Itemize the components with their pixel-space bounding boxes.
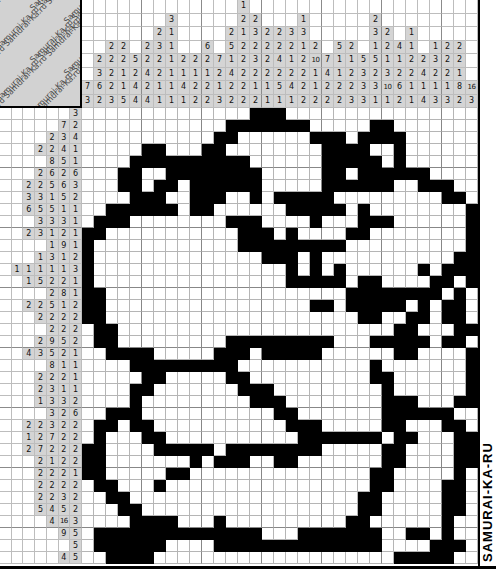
grid-cell-empty [394, 240, 406, 252]
col-clue-cell: 1 [430, 81, 442, 95]
grid-cell-empty [142, 408, 154, 420]
col-clue-cell [442, 0, 454, 14]
row-clue-cell [0, 324, 12, 336]
col-clue-cell: 2 [238, 81, 250, 95]
grid-cell-empty [130, 264, 142, 276]
grid-cell-filled [142, 156, 154, 168]
grid-cell-filled [370, 132, 382, 144]
col-clue-cell [82, 0, 94, 14]
grid-cell-filled [118, 180, 130, 192]
col-clue-cell: 4 [130, 95, 142, 109]
grid-cell-filled [406, 168, 418, 180]
grid-cell-empty [178, 552, 190, 564]
grid-cell-empty [406, 216, 418, 228]
grid-cell-empty [274, 516, 286, 528]
grid-cell-empty [286, 300, 298, 312]
col-clue-cell [358, 0, 370, 14]
grid-cell-filled [190, 528, 202, 540]
grid-cell-empty [250, 492, 262, 504]
grid-cell-empty [262, 276, 274, 288]
grid-cell-empty [454, 360, 466, 372]
grid-cell-empty [466, 552, 478, 564]
grid-cell-empty [430, 120, 442, 132]
grid-cell-empty [370, 204, 382, 216]
grid-cell-filled [130, 408, 142, 420]
row-clue-cell: 2 [59, 168, 71, 180]
grid-cell-filled [442, 480, 454, 492]
col-clue-cell [394, 27, 406, 41]
grid-cell-filled [154, 180, 166, 192]
grid-cell-empty [106, 360, 118, 372]
grid-cell-empty [190, 276, 202, 288]
row-clue-cell: 2 [59, 432, 71, 444]
row-clue-cell: 1 [70, 156, 82, 168]
row-clue-cell [0, 300, 12, 312]
row-clue-cell: 1 [23, 264, 35, 276]
row-clue-cell [12, 480, 24, 492]
col-clue-cell [334, 0, 346, 14]
grid-cell-filled [154, 444, 166, 456]
grid-cell-empty [118, 264, 130, 276]
grid-cell-empty [238, 480, 250, 492]
row-clue-cell [23, 552, 35, 564]
grid-cell-empty [82, 348, 94, 360]
grid-cell-empty [334, 468, 346, 480]
grid-cell-filled [190, 156, 202, 168]
grid-cell-empty [178, 348, 190, 360]
grid-cell-filled [130, 156, 142, 168]
col-clue-cell: 7 [82, 81, 94, 95]
row-clue-cell [0, 312, 12, 324]
grid-cell-filled [418, 264, 430, 276]
grid-cell-empty [418, 384, 430, 396]
grid-cell-empty [214, 324, 226, 336]
grid-cell-empty [430, 168, 442, 180]
grid-cell-empty [106, 516, 118, 528]
grid-cell-filled [418, 552, 430, 564]
col-clue-cell: 3 [154, 41, 166, 55]
grid-cell-empty [250, 360, 262, 372]
grid-cell-empty [166, 264, 178, 276]
grid-cell-empty [418, 516, 430, 528]
grid-cell-empty [142, 468, 154, 480]
grid-cell-empty [346, 276, 358, 288]
grid-cell-filled [382, 456, 394, 468]
grid-cell-filled [406, 408, 418, 420]
grid-cell-empty [430, 252, 442, 264]
grid-cell-filled [82, 276, 94, 288]
row-clue-cell: 5 [59, 156, 71, 168]
grid-cell-empty [154, 240, 166, 252]
grid-cell-filled [454, 420, 466, 432]
grid-cell-empty [238, 408, 250, 420]
grid-cell-empty [286, 504, 298, 516]
grid-cell-empty [382, 504, 394, 516]
grid-cell-filled [430, 552, 442, 564]
row-clue-cell: 1 [35, 252, 47, 264]
grid-cell-empty [286, 516, 298, 528]
grid-cell-filled [202, 144, 214, 156]
grid-cell-filled [142, 144, 154, 156]
row-clue-cell [0, 396, 12, 408]
grid-cell-empty [310, 408, 322, 420]
row-clue-cell: 2 [47, 480, 59, 492]
grid-cell-filled [310, 528, 322, 540]
grid-cell-filled [466, 432, 478, 444]
grid-cell-empty [454, 228, 466, 240]
grid-cell-empty [406, 492, 418, 504]
grid-cell-empty [142, 324, 154, 336]
grid-cell-empty [190, 228, 202, 240]
grid-cell-empty [286, 432, 298, 444]
row-clue-cell: 2 [23, 180, 35, 192]
grid-cell-empty [250, 276, 262, 288]
grid-cell-empty [370, 252, 382, 264]
col-clue-cell: 2 [226, 27, 238, 41]
grid-cell-empty [190, 348, 202, 360]
col-clue-cell: 1 [406, 95, 418, 109]
grid-cell-empty [250, 372, 262, 384]
grid-cell-filled [394, 300, 406, 312]
grid-cell-filled [466, 240, 478, 252]
col-clue-cell: 2 [238, 54, 250, 68]
grid-cell-empty [394, 276, 406, 288]
col-clue-cell [346, 0, 358, 14]
row-clue-cell: 2 [59, 372, 71, 384]
grid-cell-empty [106, 312, 118, 324]
grid-cell-filled [238, 444, 250, 456]
row-clue-cell: 3 [35, 216, 47, 228]
grid-cell-empty [202, 516, 214, 528]
grid-cell-empty [358, 192, 370, 204]
grid-cell-empty [442, 132, 454, 144]
grid-cell-empty [178, 132, 190, 144]
col-clue-cell: 4 [286, 81, 298, 95]
row-clue-cell [23, 312, 35, 324]
grid-cell-filled [286, 276, 298, 288]
col-clue-cell [382, 0, 394, 14]
row-clue-cell: 6 [59, 180, 71, 192]
row-clue-cell [0, 384, 12, 396]
grid-cell-filled [178, 156, 190, 168]
grid-cell-empty [106, 168, 118, 180]
grid-cell-empty [202, 240, 214, 252]
row-clue-cell: 2 [35, 384, 47, 396]
col-clue-cell [310, 0, 322, 14]
col-clue-cell: 2 [106, 54, 118, 68]
row-clue-cell [23, 324, 35, 336]
grid-cell-filled [250, 528, 262, 540]
grid-cell-empty [406, 120, 418, 132]
grid-cell-empty [154, 324, 166, 336]
grid-cell-filled [142, 372, 154, 384]
row-clue-cell: 8 [47, 156, 59, 168]
grid-cell-filled [82, 456, 94, 468]
grid-cell-filled [82, 252, 94, 264]
grid-cell-empty [310, 228, 322, 240]
col-clue-cell [406, 14, 418, 28]
grid-cell-filled [334, 432, 346, 444]
grid-cell-filled [94, 288, 106, 300]
grid-cell-filled [442, 192, 454, 204]
grid-cell-filled [382, 132, 394, 144]
grid-cell-filled [322, 240, 334, 252]
grid-cell-empty [346, 348, 358, 360]
grid-cell-empty [118, 156, 130, 168]
grid-cell-empty [250, 432, 262, 444]
row-clue-cell [23, 132, 35, 144]
grid-cell-filled [358, 180, 370, 192]
grid-cell-empty [202, 504, 214, 516]
grid-cell-empty [238, 264, 250, 276]
grid-cell-empty [130, 120, 142, 132]
row-clue-cell [0, 408, 12, 420]
grid-cell-empty [226, 312, 238, 324]
grid-cell-empty [106, 156, 118, 168]
col-clue-cell: 2 [394, 95, 406, 109]
grid-cell-empty [118, 288, 130, 300]
col-clue-cell: 2 [394, 68, 406, 82]
grid-cell-empty [226, 192, 238, 204]
grid-cell-filled [226, 540, 238, 552]
row-clue-cell: 1 [12, 264, 24, 276]
grid-cell-empty [322, 384, 334, 396]
grid-cell-empty [190, 552, 202, 564]
grid-cell-empty [226, 432, 238, 444]
grid-cell-empty [442, 444, 454, 456]
grid-cell-filled [298, 540, 310, 552]
grid-cell-filled [106, 492, 118, 504]
grid-cell-empty [106, 372, 118, 384]
grid-cell-filled [82, 312, 94, 324]
grid-cell-filled [322, 192, 334, 204]
grid-cell-empty [430, 504, 442, 516]
grid-cell-empty [346, 120, 358, 132]
grid-cell-filled [94, 480, 106, 492]
grid-cell-empty [454, 168, 466, 180]
grid-cell-filled [382, 168, 394, 180]
grid-cell-filled [382, 408, 394, 420]
grid-cell-filled [166, 468, 178, 480]
col-clue-cell [106, 14, 118, 28]
grid-cell-filled [358, 156, 370, 168]
grid-cell-empty [94, 408, 106, 420]
col-clue-cell: 1 [262, 95, 274, 109]
col-clue-cell [322, 14, 334, 28]
grid-cell-empty [322, 492, 334, 504]
row-clue-cell [12, 312, 24, 324]
grid-cell-filled [454, 504, 466, 516]
row-clue-cell: 1 [47, 264, 59, 276]
grid-cell-empty [250, 348, 262, 360]
grid-cell-empty [238, 552, 250, 564]
grid-cell-empty [418, 480, 430, 492]
grid-cell-empty [406, 264, 418, 276]
grid-cell-empty [130, 276, 142, 288]
col-clue-cell: 3 [166, 14, 178, 28]
grid-cell-empty [418, 504, 430, 516]
grid-cell-empty [190, 492, 202, 504]
grid-cell-empty [238, 204, 250, 216]
grid-cell-empty [442, 216, 454, 228]
grid-cell-empty [346, 396, 358, 408]
grid-cell-filled [130, 540, 142, 552]
col-clue-cell: 7 [214, 54, 226, 68]
grid-cell-empty [382, 528, 394, 540]
grid-cell-filled [418, 528, 430, 540]
grid-cell-filled [310, 252, 322, 264]
grid-cell-empty [178, 456, 190, 468]
grid-cell-empty [202, 492, 214, 504]
grid-cell-empty [238, 288, 250, 300]
row-clue-cell: 2 [35, 456, 47, 468]
grid-cell-empty [142, 168, 154, 180]
grid-cell-empty [154, 108, 166, 120]
grid-cell-empty [82, 204, 94, 216]
row-clue-cell: 1 [70, 372, 82, 384]
grid-cell-empty [418, 324, 430, 336]
row-clue-cell [12, 300, 24, 312]
grid-cell-empty [94, 504, 106, 516]
col-clue-cell: 1 [154, 81, 166, 95]
grid-cell-empty [142, 396, 154, 408]
grid-cell-empty [190, 240, 202, 252]
grid-cell-filled [82, 240, 94, 252]
grid-cell-filled [346, 228, 358, 240]
grid-cell-filled [334, 144, 346, 156]
col-clue-cell [286, 0, 298, 14]
grid-cell-empty [178, 432, 190, 444]
grid-cell-empty [238, 276, 250, 288]
row-clue-cell: 1 [70, 144, 82, 156]
grid-cell-empty [166, 228, 178, 240]
grid-cell-empty [370, 228, 382, 240]
grid-cell-filled [418, 288, 430, 300]
row-clue-cell [0, 552, 12, 564]
grid-cell-empty [130, 252, 142, 264]
grid-cell-filled [406, 348, 418, 360]
grid-cell-empty [382, 204, 394, 216]
grid-cell-empty [118, 336, 130, 348]
grid-cell-filled [286, 252, 298, 264]
grid-cell-filled [142, 360, 154, 372]
grid-cell-empty [190, 324, 202, 336]
grid-cell-empty [106, 108, 118, 120]
row-clue-cell: 3 [47, 408, 59, 420]
grid-cell-empty [298, 228, 310, 240]
grid-cell-empty [274, 324, 286, 336]
grid-cell-empty [190, 120, 202, 132]
grid-cell-empty [442, 432, 454, 444]
grid-cell-filled [130, 192, 142, 204]
grid-cell-empty [94, 384, 106, 396]
grid-cell-empty [322, 444, 334, 456]
col-clue-cell: 2 [118, 54, 130, 68]
grid-cell-filled [166, 528, 178, 540]
grid-cell-empty [262, 492, 274, 504]
col-clue-cell: 4 [394, 41, 406, 55]
grid-cell-empty [118, 456, 130, 468]
grid-cell-filled [466, 324, 478, 336]
grid-cell-empty [322, 228, 334, 240]
grid-cell-empty [346, 408, 358, 420]
col-clue-cell [82, 41, 94, 55]
grid-cell-empty [214, 444, 226, 456]
grid-cell-empty [166, 348, 178, 360]
grid-cell-filled [454, 288, 466, 300]
grid-cell-empty [166, 540, 178, 552]
grid-cell-filled [334, 204, 346, 216]
grid-cell-empty [406, 144, 418, 156]
grid-cell-empty [166, 144, 178, 156]
grid-cell-filled [370, 360, 382, 372]
grid-cell-filled [442, 516, 454, 528]
grid-cell-empty [418, 156, 430, 168]
col-clue-cell: 2 [286, 41, 298, 55]
grid-cell-filled [106, 552, 118, 564]
grid-cell-filled [118, 348, 130, 360]
grid-cell-filled [106, 348, 118, 360]
grid-cell-empty [142, 456, 154, 468]
grid-cell-empty [418, 108, 430, 120]
grid-cell-filled [346, 528, 358, 540]
row-clue-cell: 6 [47, 168, 59, 180]
col-clue-cell: 2 [118, 41, 130, 55]
col-clue-cell [358, 41, 370, 55]
grid-cell-filled [298, 192, 310, 204]
row-clue-cell [35, 132, 47, 144]
grid-cell-filled [418, 168, 430, 180]
grid-cell-empty [274, 468, 286, 480]
row-clue-cell: 1 [70, 468, 82, 480]
grid-cell-empty [226, 144, 238, 156]
grid-cell-empty [322, 504, 334, 516]
grid-cell-empty [202, 408, 214, 420]
col-clue-cell [94, 0, 106, 14]
grid-cell-filled [454, 192, 466, 204]
grid-cell-empty [130, 228, 142, 240]
row-clue-cell: 2 [35, 492, 47, 504]
grid-cell-empty [442, 288, 454, 300]
grid-cell-filled [298, 420, 310, 432]
grid-cell-empty [130, 372, 142, 384]
col-clue-cell [154, 14, 166, 28]
row-clue-cell [23, 396, 35, 408]
grid-cell-empty [130, 132, 142, 144]
col-clue-cell [166, 0, 178, 14]
grid-cell-empty [178, 396, 190, 408]
grid-cell-empty [310, 456, 322, 468]
grid-cell-empty [214, 228, 226, 240]
grid-cell-empty [310, 108, 322, 120]
grid-cell-filled [322, 204, 334, 216]
col-clue-cell: 2 [370, 68, 382, 82]
grid-cell-empty [154, 420, 166, 432]
grid-cell-empty [418, 492, 430, 504]
grid-cell-empty [334, 216, 346, 228]
grid-cell-empty [82, 504, 94, 516]
grid-cell-filled [382, 420, 394, 432]
grid-cell-filled [406, 552, 418, 564]
grid-cell-filled [238, 384, 250, 396]
grid-cell-empty [142, 300, 154, 312]
grid-cell-empty [130, 480, 142, 492]
row-clue-cell: 1 [70, 216, 82, 228]
row-clue-cell: 2 [35, 300, 47, 312]
grid-cell-empty [190, 252, 202, 264]
grid-cell-empty [346, 132, 358, 144]
grid-cell-filled [154, 156, 166, 168]
